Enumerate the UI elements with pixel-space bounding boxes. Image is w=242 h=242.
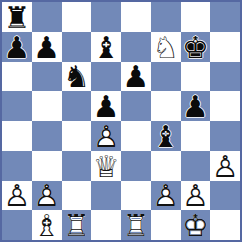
square-d1[interactable]: [91, 210, 121, 240]
square-c5[interactable]: [62, 91, 92, 121]
black-pawn[interactable]: ♟: [32, 32, 62, 62]
square-h2[interactable]: [210, 181, 240, 211]
black-piece-glyph: ♝: [151, 122, 181, 152]
square-c7[interactable]: [62, 32, 92, 62]
black-pawn[interactable]: ♟: [2, 32, 32, 62]
square-d3[interactable]: ♛♕: [91, 151, 121, 181]
white-knight[interactable]: ♞♘: [151, 32, 181, 62]
square-e4[interactable]: [121, 121, 151, 151]
square-e8[interactable]: [121, 2, 151, 32]
square-h5[interactable]: [210, 91, 240, 121]
white-pawn[interactable]: ♟♙: [210, 151, 240, 181]
black-pawn[interactable]: ♟: [91, 91, 121, 121]
white-piece-outline: ♗: [32, 211, 62, 241]
black-piece-glyph: ♜: [2, 3, 32, 33]
square-b1[interactable]: ♝♗: [32, 210, 62, 240]
square-c2[interactable]: [62, 181, 92, 211]
square-d4[interactable]: ♟♙: [91, 121, 121, 151]
square-b6[interactable]: [32, 62, 62, 92]
square-g5[interactable]: ♟: [181, 91, 211, 121]
square-h4[interactable]: [210, 121, 240, 151]
square-f6[interactable]: [151, 62, 181, 92]
square-e1[interactable]: ♜♖: [121, 210, 151, 240]
square-c3[interactable]: [62, 151, 92, 181]
square-a5[interactable]: [2, 91, 32, 121]
square-b7[interactable]: ♟: [32, 32, 62, 62]
black-bishop[interactable]: ♝: [91, 32, 121, 62]
black-piece-glyph: ♟: [181, 92, 211, 122]
square-h8[interactable]: [210, 2, 240, 32]
square-a1[interactable]: [2, 210, 32, 240]
square-h6[interactable]: [210, 62, 240, 92]
square-c1[interactable]: ♜♖: [62, 210, 92, 240]
black-bishop[interactable]: ♝: [151, 121, 181, 151]
white-piece-outline: ♖: [62, 211, 92, 241]
square-e3[interactable]: [121, 151, 151, 181]
white-bishop[interactable]: ♝♗: [32, 210, 62, 240]
black-piece-glyph: ♟: [121, 62, 151, 92]
square-a3[interactable]: [2, 151, 32, 181]
square-f7[interactable]: ♞♘: [151, 32, 181, 62]
square-d6[interactable]: [91, 62, 121, 92]
square-d2[interactable]: [91, 181, 121, 211]
square-f2[interactable]: ♟♙: [151, 181, 181, 211]
black-piece-glyph: ♟: [32, 32, 62, 62]
square-a8[interactable]: ♜: [2, 2, 32, 32]
square-a4[interactable]: [2, 121, 32, 151]
square-e7[interactable]: [121, 32, 151, 62]
square-g7[interactable]: ♚: [181, 32, 211, 62]
white-pawn[interactable]: ♟♙: [32, 181, 62, 211]
square-d8[interactable]: [91, 2, 121, 32]
black-pawn[interactable]: ♟: [121, 62, 151, 92]
square-e2[interactable]: [121, 181, 151, 211]
square-d5[interactable]: ♟: [91, 91, 121, 121]
black-piece-glyph: ♚: [181, 32, 211, 62]
black-king[interactable]: ♚: [181, 32, 211, 62]
white-piece-outline: ♙: [210, 151, 240, 181]
square-e6[interactable]: ♟: [121, 62, 151, 92]
square-c8[interactable]: [62, 2, 92, 32]
square-b2[interactable]: ♟♙: [32, 181, 62, 211]
square-g1[interactable]: ♚♔: [181, 210, 211, 240]
square-c6[interactable]: ♞: [62, 62, 92, 92]
white-piece-outline: ♙: [32, 181, 62, 211]
square-a7[interactable]: ♟: [2, 32, 32, 62]
chess-board: ♜♟♟♝♞♘♚♞♟♟♟♟♙♝♛♕♟♙♟♙♟♙♟♙♟♙♝♗♜♖♜♖♚♔: [0, 0, 242, 242]
black-piece-glyph: ♟: [2, 32, 32, 62]
square-f1[interactable]: [151, 210, 181, 240]
white-piece-outline: ♙: [2, 181, 32, 211]
square-f4[interactable]: ♝: [151, 121, 181, 151]
white-king[interactable]: ♚♔: [181, 210, 211, 240]
black-knight[interactable]: ♞: [62, 62, 92, 92]
white-piece-outline: ♘: [151, 32, 181, 62]
square-c4[interactable]: [62, 121, 92, 151]
black-rook[interactable]: ♜: [2, 2, 32, 32]
white-piece-outline: ♖: [121, 211, 151, 241]
black-piece-glyph: ♟: [91, 92, 121, 122]
black-pawn[interactable]: ♟: [181, 91, 211, 121]
square-g6[interactable]: [181, 62, 211, 92]
white-rook[interactable]: ♜♖: [62, 210, 92, 240]
white-rook[interactable]: ♜♖: [121, 210, 151, 240]
white-queen[interactable]: ♛♕: [91, 151, 121, 181]
white-piece-outline: ♙: [91, 122, 121, 152]
square-g4[interactable]: [181, 121, 211, 151]
white-piece-outline: ♙: [181, 181, 211, 211]
square-f8[interactable]: [151, 2, 181, 32]
square-g8[interactable]: [181, 2, 211, 32]
square-f5[interactable]: [151, 91, 181, 121]
white-pawn[interactable]: ♟♙: [151, 181, 181, 211]
square-b5[interactable]: [32, 91, 62, 121]
white-pawn[interactable]: ♟♙: [91, 121, 121, 151]
square-b8[interactable]: [32, 2, 62, 32]
square-g3[interactable]: [181, 151, 211, 181]
white-piece-outline: ♔: [181, 211, 211, 241]
square-a2[interactable]: ♟♙: [2, 181, 32, 211]
square-d7[interactable]: ♝: [91, 32, 121, 62]
square-a6[interactable]: [2, 62, 32, 92]
square-b3[interactable]: [32, 151, 62, 181]
white-piece-outline: ♕: [91, 151, 121, 181]
white-piece-outline: ♙: [151, 181, 181, 211]
black-piece-glyph: ♝: [91, 32, 121, 62]
square-h3[interactable]: ♟♙: [210, 151, 240, 181]
black-piece-glyph: ♞: [62, 62, 92, 92]
square-h7[interactable]: [210, 32, 240, 62]
square-f3[interactable]: [151, 151, 181, 181]
square-h1[interactable]: [210, 210, 240, 240]
square-e5[interactable]: [121, 91, 151, 121]
square-g2[interactable]: ♟♙: [181, 181, 211, 211]
square-b4[interactable]: [32, 121, 62, 151]
white-pawn[interactable]: ♟♙: [2, 181, 32, 211]
white-pawn[interactable]: ♟♙: [181, 181, 211, 211]
